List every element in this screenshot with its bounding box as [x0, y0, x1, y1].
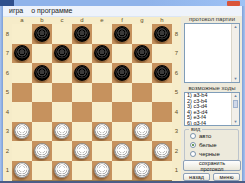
black-piece[interactable]	[54, 45, 70, 61]
rank-label-3: 3	[3, 122, 12, 142]
file-label-g: g	[132, 16, 152, 24]
white-piece[interactable]	[94, 123, 110, 139]
square-c8[interactable]	[52, 24, 72, 44]
radio-option[interactable]: авто	[185, 133, 238, 139]
scroll-up-icon[interactable]: ▲	[232, 93, 239, 99]
square-b2[interactable]	[32, 141, 52, 161]
radio-label: авто	[199, 133, 211, 139]
black-piece[interactable]	[134, 45, 150, 61]
moves-label: возможные ходы	[183, 85, 241, 91]
square-e4[interactable]	[92, 102, 112, 122]
square-d8[interactable]	[72, 24, 92, 44]
square-b4[interactable]	[32, 102, 52, 122]
app-window: игра о программе abcdefgh 87654321 87654…	[0, 0, 245, 183]
square-d3[interactable]	[72, 122, 92, 142]
black-piece[interactable]	[34, 65, 50, 81]
rank-label-1: 1	[172, 161, 181, 181]
view-options: автобелыечерные	[185, 133, 238, 157]
file-label-b: b	[32, 16, 52, 24]
square-g5[interactable]	[132, 83, 152, 103]
square-g1[interactable]	[132, 161, 152, 181]
radio-label: белые	[199, 142, 217, 148]
rank-label-8: 8	[172, 24, 181, 44]
square-d7[interactable]	[72, 44, 92, 64]
scroll-down-icon[interactable]: ▼	[232, 119, 239, 125]
square-a5[interactable]	[12, 83, 32, 103]
square-d4[interactable]	[72, 102, 92, 122]
square-b3[interactable]	[32, 122, 52, 142]
square-g7[interactable]	[132, 44, 152, 64]
white-piece[interactable]	[34, 143, 50, 159]
rank-label-7: 7	[172, 44, 181, 64]
square-e7[interactable]	[92, 44, 112, 64]
square-e1[interactable]	[92, 161, 112, 181]
square-d1[interactable]	[72, 161, 92, 181]
rank-label-3: 3	[172, 122, 181, 142]
window-border-right	[242, 6, 245, 183]
rank-label-2: 2	[3, 141, 12, 161]
board-squares	[12, 24, 172, 181]
square-g6[interactable]	[132, 63, 152, 83]
black-piece[interactable]	[94, 45, 110, 61]
menu-item-about[interactable]: о программе	[31, 6, 72, 16]
protocol-scrollbar[interactable]: ▲ ▼	[231, 24, 239, 82]
square-a2[interactable]	[12, 141, 32, 161]
rank-label-6: 6	[172, 63, 181, 83]
window-border-bottom	[0, 181, 245, 183]
moves-listbox[interactable]: 1) a3-b42) c3-b43) c3-d44) e3-d45) e3-f4…	[184, 92, 240, 126]
scrollbar-thumb[interactable]	[233, 100, 238, 108]
square-d2[interactable]	[72, 141, 92, 161]
white-piece[interactable]	[54, 123, 70, 139]
scroll-down-icon[interactable]: ▼	[232, 76, 239, 82]
moves-scrollbar[interactable]: ▲ ▼	[231, 93, 239, 125]
white-piece[interactable]	[114, 143, 130, 159]
black-piece[interactable]	[74, 26, 90, 42]
square-a3[interactable]	[12, 122, 32, 142]
square-c5[interactable]	[52, 83, 72, 103]
square-e8[interactable]	[92, 24, 112, 44]
square-f5[interactable]	[112, 83, 132, 103]
ranks-left: 87654321	[3, 24, 12, 180]
white-piece[interactable]	[94, 162, 110, 178]
rank-label-4: 4	[172, 102, 181, 122]
white-piece[interactable]	[74, 143, 90, 159]
square-f3[interactable]	[112, 122, 132, 142]
white-piece[interactable]	[54, 162, 70, 178]
black-piece[interactable]	[74, 65, 90, 81]
rank-label-5: 5	[172, 83, 181, 103]
square-g4[interactable]	[132, 102, 152, 122]
rank-label-6: 6	[3, 63, 12, 83]
view-group-label: вид	[189, 126, 202, 132]
square-f4[interactable]	[112, 102, 132, 122]
white-piece[interactable]	[14, 123, 30, 139]
square-h7[interactable]	[152, 44, 172, 64]
square-e5[interactable]	[92, 83, 112, 103]
square-g2[interactable]	[132, 141, 152, 161]
square-f7[interactable]	[112, 44, 132, 64]
menu-item-game[interactable]: игра	[9, 6, 23, 16]
square-b1[interactable]	[32, 161, 52, 181]
protocol-textarea[interactable]: ▲ ▼	[184, 23, 240, 83]
menu-button[interactable]: меню	[213, 173, 240, 181]
square-b6[interactable]	[32, 63, 52, 83]
black-piece[interactable]	[14, 45, 30, 61]
white-piece[interactable]	[134, 123, 150, 139]
square-h6[interactable]	[152, 63, 172, 83]
square-h1[interactable]	[152, 161, 172, 181]
protocol-label: протокол партии	[183, 16, 241, 22]
square-c7[interactable]	[52, 44, 72, 64]
square-c4[interactable]	[52, 102, 72, 122]
square-a6[interactable]	[12, 63, 32, 83]
radio-option[interactable]: черные	[185, 151, 238, 157]
black-piece[interactable]	[154, 26, 170, 42]
black-piece[interactable]	[114, 26, 130, 42]
file-label-e: e	[92, 16, 112, 24]
view-groupbox: вид автобелыечерные	[184, 129, 239, 161]
white-piece[interactable]	[14, 162, 30, 178]
radio-option[interactable]: белые	[185, 142, 238, 148]
square-h3[interactable]	[152, 122, 172, 142]
window-border-left	[0, 6, 3, 183]
rank-label-5: 5	[3, 83, 12, 103]
black-piece[interactable]	[154, 65, 170, 81]
white-piece[interactable]	[134, 162, 150, 178]
square-d6[interactable]	[72, 63, 92, 83]
scroll-up-icon[interactable]: ▲	[232, 24, 239, 30]
square-g3[interactable]	[132, 122, 152, 142]
square-b5[interactable]	[32, 83, 52, 103]
square-c6[interactable]	[52, 63, 72, 83]
square-g8[interactable]	[132, 24, 152, 44]
square-a7[interactable]	[12, 44, 32, 64]
back-button[interactable]: назад	[183, 173, 210, 181]
square-h2[interactable]	[152, 141, 172, 161]
file-label-a: a	[12, 16, 32, 24]
square-b7[interactable]	[32, 44, 52, 64]
file-label-f: f	[112, 16, 132, 24]
square-f6[interactable]	[112, 63, 132, 83]
square-e6[interactable]	[92, 63, 112, 83]
file-label-h: h	[152, 16, 172, 24]
radio-label: черные	[199, 151, 220, 157]
square-e2[interactable]	[92, 141, 112, 161]
radio-icon[interactable]	[190, 151, 196, 157]
square-b8[interactable]	[32, 24, 52, 44]
square-e3[interactable]	[92, 122, 112, 142]
square-a1[interactable]	[12, 161, 32, 181]
black-piece[interactable]	[34, 26, 50, 42]
square-f8[interactable]	[112, 24, 132, 44]
files-top: abcdefgh	[12, 16, 172, 24]
square-h8[interactable]	[152, 24, 172, 44]
square-f1[interactable]	[112, 161, 132, 181]
rank-label-2: 2	[172, 141, 181, 161]
square-h4[interactable]	[152, 102, 172, 122]
rank-label-8: 8	[3, 24, 12, 44]
square-c3[interactable]	[52, 122, 72, 142]
square-d5[interactable]	[72, 83, 92, 103]
square-c1[interactable]	[52, 161, 72, 181]
white-piece[interactable]	[154, 143, 170, 159]
save-protocol-button[interactable]: сохранить протокол	[183, 160, 241, 171]
file-label-d: d	[72, 16, 92, 24]
ranks-right: 87654321	[172, 24, 181, 180]
square-c2[interactable]	[52, 141, 72, 161]
square-a8[interactable]	[12, 24, 32, 44]
square-f2[interactable]	[112, 141, 132, 161]
square-h5[interactable]	[152, 83, 172, 103]
rank-label-1: 1	[3, 161, 12, 181]
rank-label-4: 4	[3, 102, 12, 122]
radio-icon[interactable]	[190, 142, 196, 148]
radio-icon[interactable]	[190, 133, 196, 139]
rank-label-7: 7	[3, 44, 12, 64]
square-a4[interactable]	[12, 102, 32, 122]
black-piece[interactable]	[114, 65, 130, 81]
file-label-c: c	[52, 16, 72, 24]
